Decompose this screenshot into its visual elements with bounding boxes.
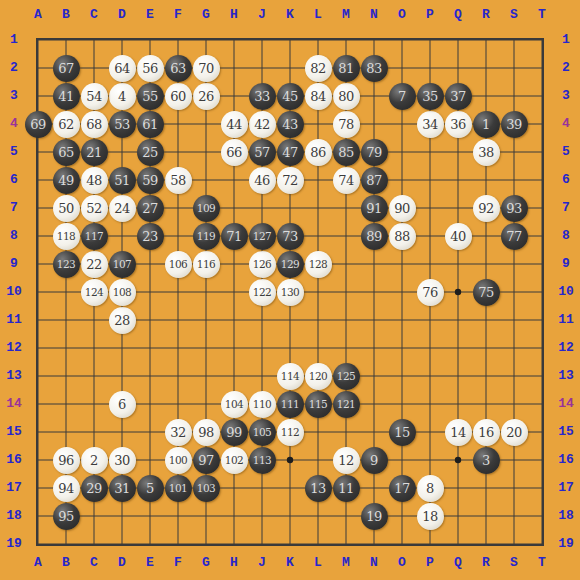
move-number: 78	[338, 117, 354, 132]
move-number: 93	[506, 201, 522, 216]
stone-p17-move-8[interactable]: 8	[417, 475, 444, 502]
move-number: 26	[198, 89, 214, 104]
column-labels-top-label: L	[306, 7, 330, 23]
stone-k3-move-45[interactable]: 45	[277, 83, 304, 110]
move-number: 36	[450, 117, 466, 132]
column-labels-top-label: K	[278, 7, 302, 23]
move-number: 84	[310, 89, 326, 104]
move-number: 13	[310, 481, 326, 496]
move-number: 96	[58, 453, 74, 468]
stone-l5-move-86[interactable]: 86	[305, 139, 332, 166]
stone-d9-move-107[interactable]: 107	[109, 251, 136, 278]
row-labels-right-label: 15	[554, 424, 578, 440]
stone-c6-move-48[interactable]: 48	[81, 167, 108, 194]
row-labels-left-label: 4	[2, 116, 26, 132]
move-number: 69	[30, 117, 46, 132]
stone-h5-move-66[interactable]: 66	[221, 139, 248, 166]
move-number: 99	[226, 425, 242, 440]
stone-o7-move-90[interactable]: 90	[389, 195, 416, 222]
stone-b8-move-118[interactable]: 118	[53, 223, 80, 250]
stone-k6-move-72[interactable]: 72	[277, 167, 304, 194]
move-number: 45	[282, 89, 298, 104]
stone-h8-move-71[interactable]: 71	[221, 223, 248, 250]
move-number: 101	[169, 482, 188, 494]
move-number: 113	[253, 454, 272, 466]
move-number: 59	[142, 173, 158, 188]
stone-j4-move-42[interactable]: 42	[249, 111, 276, 138]
move-number: 8	[426, 481, 434, 496]
stone-a4-move-69[interactable]: 69	[25, 111, 52, 138]
stone-k13-move-114[interactable]: 114	[277, 363, 304, 390]
stone-e5-move-25[interactable]: 25	[137, 139, 164, 166]
stone-m16-move-12[interactable]: 12	[333, 447, 360, 474]
stone-r15-move-16[interactable]: 16	[473, 419, 500, 446]
stone-r7-move-92[interactable]: 92	[473, 195, 500, 222]
stone-f6-move-58[interactable]: 58	[165, 167, 192, 194]
move-number: 7	[398, 89, 406, 104]
move-number: 72	[282, 173, 298, 188]
row-labels-left-label: 15	[2, 424, 26, 440]
move-number: 127	[253, 230, 272, 242]
move-number: 126	[253, 258, 272, 270]
stone-c4-move-68[interactable]: 68	[81, 111, 108, 138]
move-number: 23	[142, 229, 158, 244]
move-number: 81	[338, 61, 354, 76]
move-number: 55	[142, 89, 158, 104]
move-number: 88	[394, 229, 410, 244]
move-number: 89	[366, 229, 382, 244]
move-number: 47	[282, 145, 298, 160]
stone-d4-move-53[interactable]: 53	[109, 111, 136, 138]
move-number: 71	[226, 229, 242, 244]
row-labels-right-label: 2	[554, 60, 578, 76]
move-number: 28	[114, 313, 130, 328]
row-labels-left-label: 14	[2, 396, 26, 412]
move-number: 24	[114, 201, 130, 216]
stone-k8-move-73[interactable]: 73	[277, 223, 304, 250]
stone-b7-move-50[interactable]: 50	[53, 195, 80, 222]
stone-d7-move-24[interactable]: 24	[109, 195, 136, 222]
stone-p3-move-35[interactable]: 35	[417, 83, 444, 110]
stone-d14-move-6[interactable]: 6	[109, 391, 136, 418]
move-number: 90	[394, 201, 410, 216]
move-number: 104	[225, 398, 244, 410]
stone-r10-move-75[interactable]: 75	[473, 279, 500, 306]
row-labels-right-label: 16	[554, 452, 578, 468]
row-labels-right-label: 7	[554, 200, 578, 216]
move-number: 70	[198, 61, 214, 76]
move-number: 82	[310, 61, 326, 76]
row-labels-left-label: 11	[2, 312, 26, 328]
stone-k15-move-112[interactable]: 112	[277, 419, 304, 446]
move-number: 61	[142, 117, 158, 132]
row-labels-right-label: 4	[554, 116, 578, 132]
move-number: 128	[309, 258, 328, 270]
move-number: 103	[197, 482, 216, 494]
stone-n2-move-83[interactable]: 83	[361, 55, 388, 82]
move-number: 123	[57, 258, 76, 270]
row-labels-right-label: 9	[554, 256, 578, 272]
stone-d11-move-28[interactable]: 28	[109, 307, 136, 334]
stone-n6-move-87[interactable]: 87	[361, 167, 388, 194]
move-number: 97	[198, 453, 214, 468]
stone-b18-move-95[interactable]: 95	[53, 503, 80, 530]
stone-r5-move-38[interactable]: 38	[473, 139, 500, 166]
stone-l13-move-120[interactable]: 120	[305, 363, 332, 390]
move-number: 44	[226, 117, 242, 132]
stone-k9-move-129[interactable]: 129	[277, 251, 304, 278]
move-number: 73	[282, 229, 298, 244]
stone-n5-move-79[interactable]: 79	[361, 139, 388, 166]
move-number: 49	[58, 173, 74, 188]
move-number: 75	[478, 285, 494, 300]
stone-g15-move-98[interactable]: 98	[193, 419, 220, 446]
move-number: 2	[90, 453, 98, 468]
column-labels-top-label: N	[362, 7, 386, 23]
move-number: 53	[114, 117, 130, 132]
stone-s8-move-77[interactable]: 77	[501, 223, 528, 250]
move-number: 83	[366, 61, 382, 76]
stone-j10-move-122[interactable]: 122	[249, 279, 276, 306]
column-labels-top-label: T	[530, 7, 554, 23]
stone-e4-move-61[interactable]: 61	[137, 111, 164, 138]
row-labels-left-label: 2	[2, 60, 26, 76]
stone-r4-move-1[interactable]: 1	[473, 111, 500, 138]
stone-j8-move-127[interactable]: 127	[249, 223, 276, 250]
stone-d6-move-51[interactable]: 51	[109, 167, 136, 194]
stone-g9-move-116[interactable]: 116	[193, 251, 220, 278]
move-number: 29	[86, 481, 102, 496]
stone-c9-move-22[interactable]: 22	[81, 251, 108, 278]
column-labels-top-label: H	[222, 7, 246, 23]
stone-e6-move-59[interactable]: 59	[137, 167, 164, 194]
move-number: 9	[370, 453, 378, 468]
move-number: 124	[85, 286, 104, 298]
row-labels-left-label: 3	[2, 88, 26, 104]
stone-m17-move-11[interactable]: 11	[333, 475, 360, 502]
move-number: 117	[85, 230, 104, 242]
stone-s7-move-93[interactable]: 93	[501, 195, 528, 222]
move-number: 5	[146, 481, 154, 496]
stone-c7-move-52[interactable]: 52	[81, 195, 108, 222]
stone-q3-move-37[interactable]: 37	[445, 83, 472, 110]
move-number: 27	[142, 201, 158, 216]
move-number: 14	[450, 425, 466, 440]
stone-e8-move-23[interactable]: 23	[137, 223, 164, 250]
move-number: 37	[450, 89, 466, 104]
move-number: 51	[114, 173, 130, 188]
stone-h4-move-44[interactable]: 44	[221, 111, 248, 138]
row-labels-left-label: 10	[2, 284, 26, 300]
move-number: 43	[282, 117, 298, 132]
move-number: 30	[114, 453, 130, 468]
stone-e2-move-56[interactable]: 56	[137, 55, 164, 82]
move-number: 25	[142, 145, 158, 160]
stone-p18-move-18[interactable]: 18	[417, 503, 444, 530]
move-number: 35	[422, 89, 438, 104]
move-number: 130	[281, 286, 300, 298]
row-labels-left-label: 1	[2, 32, 26, 48]
move-number: 106	[169, 258, 188, 270]
stone-b5-move-65[interactable]: 65	[53, 139, 80, 166]
stone-f9-move-106[interactable]: 106	[165, 251, 192, 278]
stone-n7-move-91[interactable]: 91	[361, 195, 388, 222]
row-labels-right-label: 12	[554, 340, 578, 356]
move-number: 129	[281, 258, 300, 270]
move-number: 102	[225, 454, 244, 466]
stone-k4-move-43[interactable]: 43	[277, 111, 304, 138]
stone-k14-move-111[interactable]: 111	[277, 391, 304, 418]
row-labels-left-label: 18	[2, 508, 26, 524]
stone-j14-move-110[interactable]: 110	[249, 391, 276, 418]
move-number: 6	[118, 397, 126, 412]
column-labels-top-label: C	[82, 7, 106, 23]
move-number: 34	[422, 117, 438, 132]
star-point-Q10	[455, 289, 461, 295]
stone-h16-move-102[interactable]: 102	[221, 447, 248, 474]
move-number: 63	[170, 61, 186, 76]
stone-o17-move-17[interactable]: 17	[389, 475, 416, 502]
stone-d2-move-64[interactable]: 64	[109, 55, 136, 82]
stone-b3-move-41[interactable]: 41	[53, 83, 80, 110]
column-labels-top-label: O	[390, 7, 414, 23]
stone-j3-move-33[interactable]: 33	[249, 83, 276, 110]
move-number: 91	[366, 201, 382, 216]
stone-g17-move-103[interactable]: 103	[193, 475, 220, 502]
move-number: 42	[254, 117, 270, 132]
row-labels-right-label: 1	[554, 32, 578, 48]
move-number: 65	[58, 145, 74, 160]
stone-h15-move-99[interactable]: 99	[221, 419, 248, 446]
stone-l2-move-82[interactable]: 82	[305, 55, 332, 82]
stone-c16-move-2[interactable]: 2	[81, 447, 108, 474]
stone-s4-move-39[interactable]: 39	[501, 111, 528, 138]
column-labels-top-label: J	[250, 7, 274, 23]
move-number: 33	[254, 89, 270, 104]
stone-p4-move-34[interactable]: 34	[417, 111, 444, 138]
move-number: 98	[198, 425, 214, 440]
stone-l9-move-128[interactable]: 128	[305, 251, 332, 278]
column-labels-top-label: Q	[446, 7, 470, 23]
stone-g8-move-119[interactable]: 119	[193, 223, 220, 250]
row-labels-left-label: 16	[2, 452, 26, 468]
move-number: 67	[58, 61, 74, 76]
stone-c8-move-117[interactable]: 117	[81, 223, 108, 250]
stone-q4-move-36[interactable]: 36	[445, 111, 472, 138]
stone-r16-move-3[interactable]: 3	[473, 447, 500, 474]
stone-c5-move-21[interactable]: 21	[81, 139, 108, 166]
row-labels-left-label: 13	[2, 368, 26, 384]
move-number: 86	[310, 145, 326, 160]
move-number: 20	[506, 425, 522, 440]
move-number: 121	[337, 398, 356, 410]
stone-m14-move-121[interactable]: 121	[333, 391, 360, 418]
move-number: 85	[338, 145, 354, 160]
stone-p10-move-76[interactable]: 76	[417, 279, 444, 306]
move-number: 52	[86, 201, 102, 216]
move-number: 120	[309, 370, 328, 382]
move-number: 77	[506, 229, 522, 244]
move-number: 107	[113, 258, 132, 270]
stone-b16-move-96[interactable]: 96	[53, 447, 80, 474]
stone-f3-move-60[interactable]: 60	[165, 83, 192, 110]
stone-c10-move-124[interactable]: 124	[81, 279, 108, 306]
stone-j16-move-113[interactable]: 113	[249, 447, 276, 474]
stone-m6-move-74[interactable]: 74	[333, 167, 360, 194]
move-number: 3	[482, 453, 490, 468]
row-labels-right-label: 11	[554, 312, 578, 328]
stone-o8-move-88[interactable]: 88	[389, 223, 416, 250]
move-number: 95	[58, 509, 74, 524]
stone-j15-move-105[interactable]: 105	[249, 419, 276, 446]
stone-b4-move-62[interactable]: 62	[53, 111, 80, 138]
move-number: 125	[337, 370, 356, 382]
move-number: 122	[253, 286, 272, 298]
move-number: 48	[86, 173, 102, 188]
stone-q15-move-14[interactable]: 14	[445, 419, 472, 446]
stone-d16-move-30[interactable]: 30	[109, 447, 136, 474]
stone-c17-move-29[interactable]: 29	[81, 475, 108, 502]
row-labels-right-label: 10	[554, 284, 578, 300]
stone-g16-move-97[interactable]: 97	[193, 447, 220, 474]
stone-d17-move-31[interactable]: 31	[109, 475, 136, 502]
move-number: 111	[281, 398, 300, 410]
stone-m4-move-78[interactable]: 78	[333, 111, 360, 138]
row-labels-left-label: 19	[2, 536, 26, 552]
row-labels-right-label: 18	[554, 508, 578, 524]
move-number: 100	[169, 454, 188, 466]
move-number: 66	[226, 145, 242, 160]
move-number: 4	[118, 89, 126, 104]
move-number: 105	[253, 426, 272, 438]
stone-e3-move-55[interactable]: 55	[137, 83, 164, 110]
move-number: 40	[450, 229, 466, 244]
stone-q8-move-40[interactable]: 40	[445, 223, 472, 250]
move-number: 1	[482, 117, 490, 132]
stone-b2-move-67[interactable]: 67	[53, 55, 80, 82]
stone-g3-move-26[interactable]: 26	[193, 83, 220, 110]
row-labels-right-label: 13	[554, 368, 578, 384]
move-number: 57	[254, 145, 270, 160]
stone-f2-move-63[interactable]: 63	[165, 55, 192, 82]
stone-l17-move-13[interactable]: 13	[305, 475, 332, 502]
stone-n18-move-19[interactable]: 19	[361, 503, 388, 530]
stone-s15-move-20[interactable]: 20	[501, 419, 528, 446]
stone-h14-move-104[interactable]: 104	[221, 391, 248, 418]
stone-m2-move-81[interactable]: 81	[333, 55, 360, 82]
column-labels-top-label: P	[418, 7, 442, 23]
stone-j5-move-57[interactable]: 57	[249, 139, 276, 166]
stone-m3-move-80[interactable]: 80	[333, 83, 360, 110]
stone-j6-move-46[interactable]: 46	[249, 167, 276, 194]
column-labels-top-label: F	[166, 7, 190, 23]
stone-b9-move-123[interactable]: 123	[53, 251, 80, 278]
stone-f15-move-32[interactable]: 32	[165, 419, 192, 446]
move-number: 39	[506, 117, 522, 132]
stone-e17-move-5[interactable]: 5	[137, 475, 164, 502]
move-number: 110	[253, 398, 272, 410]
move-number: 58	[170, 173, 186, 188]
column-labels-top-label: R	[474, 7, 498, 23]
stone-m5-move-85[interactable]: 85	[333, 139, 360, 166]
row-labels-right-label: 3	[554, 88, 578, 104]
move-number: 79	[366, 145, 382, 160]
move-number: 109	[197, 202, 216, 214]
stone-k5-move-47[interactable]: 47	[277, 139, 304, 166]
column-labels-top-label: E	[138, 7, 162, 23]
move-number: 41	[58, 89, 74, 104]
move-number: 80	[338, 89, 354, 104]
stone-o3-move-7[interactable]: 7	[389, 83, 416, 110]
move-number: 112	[281, 426, 300, 438]
stone-f16-move-100[interactable]: 100	[165, 447, 192, 474]
row-labels-right-label: 19	[554, 536, 578, 552]
move-number: 76	[422, 285, 438, 300]
stone-j9-move-126[interactable]: 126	[249, 251, 276, 278]
move-number: 114	[281, 370, 300, 382]
row-labels-right-label: 17	[554, 480, 578, 496]
move-number: 19	[366, 509, 382, 524]
stone-c3-move-54[interactable]: 54	[81, 83, 108, 110]
move-number: 22	[86, 257, 102, 272]
move-number: 16	[478, 425, 494, 440]
move-number: 116	[197, 258, 216, 270]
move-number: 12	[338, 453, 354, 468]
row-labels-left-label: 17	[2, 480, 26, 496]
stone-f17-move-101[interactable]: 101	[165, 475, 192, 502]
move-number: 87	[366, 173, 382, 188]
move-number: 17	[394, 481, 410, 496]
stone-k10-move-130[interactable]: 130	[277, 279, 304, 306]
move-number: 21	[86, 145, 102, 160]
stone-m13-move-125[interactable]: 125	[333, 363, 360, 390]
row-labels-left-label: 12	[2, 340, 26, 356]
stone-b6-move-49[interactable]: 49	[53, 167, 80, 194]
stone-e7-move-27[interactable]: 27	[137, 195, 164, 222]
move-number: 62	[58, 117, 74, 132]
row-labels-left-label: 6	[2, 172, 26, 188]
column-labels-top-label: B	[54, 7, 78, 23]
stone-d3-move-4[interactable]: 4	[109, 83, 136, 110]
stone-n8-move-89[interactable]: 89	[361, 223, 388, 250]
move-number: 46	[254, 173, 270, 188]
move-number: 119	[197, 230, 216, 242]
stone-l14-move-115[interactable]: 115	[305, 391, 332, 418]
stone-n16-move-9[interactable]: 9	[361, 447, 388, 474]
row-labels-right-label: 8	[554, 228, 578, 244]
column-labels-top-label: G	[194, 7, 218, 23]
stone-b17-move-94[interactable]: 94	[53, 475, 80, 502]
move-number: 74	[338, 173, 354, 188]
column-labels-top-label: M	[334, 7, 358, 23]
row-labels-right-label: 6	[554, 172, 578, 188]
move-number: 118	[57, 230, 76, 242]
stone-o15-move-15[interactable]: 15	[389, 419, 416, 446]
stone-l3-move-84[interactable]: 84	[305, 83, 332, 110]
move-number: 50	[58, 201, 74, 216]
move-number: 68	[86, 117, 102, 132]
move-number: 56	[142, 61, 158, 76]
row-labels-left-label: 8	[2, 228, 26, 244]
move-number: 11	[338, 481, 354, 496]
column-labels-top-label: D	[110, 7, 134, 23]
star-point-K16	[287, 457, 293, 463]
stone-g7-move-109[interactable]: 109	[193, 195, 220, 222]
move-number: 60	[170, 89, 186, 104]
star-point-Q16	[455, 457, 461, 463]
stone-d10-move-108[interactable]: 108	[109, 279, 136, 306]
stone-g2-move-70[interactable]: 70	[193, 55, 220, 82]
